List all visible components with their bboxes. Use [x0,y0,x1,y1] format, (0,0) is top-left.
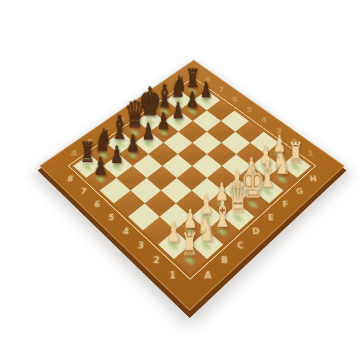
file-label-e-white-side: E [268,214,274,222]
file-label-e-black-side: E [134,107,140,113]
file-label-h-black-side: H [176,77,182,83]
chess-scene: ♜♟♟♜♞♟♟♞♝♟♟♝♚♟♟♚♛♟♟♛♝♟♟♝♞♟♟♞♜♟♟♜ AABBCCD… [0,0,360,360]
rank-label-7-kingside: 7 [219,87,224,93]
piece-black-pawn[interactable]: ♟ [186,89,198,111]
piece-black-pawn[interactable]: ♟ [141,120,154,143]
piece-white-pawn[interactable]: ♟ [166,219,181,245]
piece-black-pawn[interactable]: ♟ [157,110,170,133]
square-g5[interactable] [207,121,235,143]
piece-white-knight[interactable]: ♞ [196,211,216,246]
rank-label-8-kingside: 8 [205,77,210,83]
file-label-f-white-side: F [283,200,289,208]
rank-label-1-queenside: 1 [169,271,176,280]
file-label-d-white-side: D [253,227,261,235]
piece-black-pawn[interactable]: ♟ [110,143,123,167]
chess-board[interactable]: ♜♟♟♜♞♟♟♞♝♟♟♝♚♟♟♚♛♟♟♛♝♟♟♝♞♟♟♞♜♟♟♜ AABBCCD… [39,60,344,311]
file-label-g-white-side: G [296,188,304,196]
piece-black-pawn[interactable]: ♟ [93,155,107,179]
rank-label-5-queenside: 5 [108,214,115,222]
rank-label-4-kingside: 4 [261,117,267,123]
file-label-c-white-side: C [237,241,244,250]
product-photo: ♜♟♟♜♞♟♟♞♝♟♟♝♚♟♟♚♛♟♟♛♝♟♟♝♞♟♟♞♜♟♟♜ AABBCCD… [0,0,360,360]
piece-black-pawn[interactable]: ♟ [126,132,139,156]
piece-black-pawn[interactable]: ♟ [171,99,184,122]
file-label-b-white-side: B [221,256,228,265]
rank-label-3-queenside: 3 [137,241,144,250]
rank-label-5-kingside: 5 [246,107,252,113]
file-label-d-black-side: D [118,117,125,123]
rank-label-6-kingside: 6 [232,97,237,103]
rank-label-6-queenside: 6 [93,200,100,208]
rank-label-7-queenside: 7 [80,188,87,196]
rank-label-2-queenside: 2 [153,256,160,265]
rank-label-1-kingside: 1 [307,150,313,157]
file-label-h-white-side: H [310,175,318,182]
piece-black-rook[interactable]: ♜ [79,139,95,167]
rank-label-3-kingside: 3 [276,128,282,135]
rank-label-8-queenside: 8 [67,175,74,182]
piece-white-rook[interactable]: ♜ [180,229,197,260]
file-label-a-black-side: A [71,150,78,157]
file-label-f-black-side: F [149,97,154,103]
file-label-a-white-side: A [205,271,212,280]
rank-label-4-queenside: 4 [122,227,129,235]
file-label-g-black-side: G [162,87,168,93]
file-label-c-black-side: C [103,128,109,135]
square-c4[interactable] [161,178,192,203]
